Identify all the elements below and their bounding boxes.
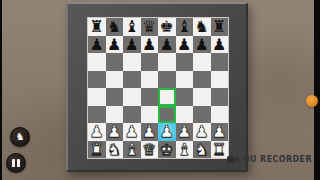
- square-c4[interactable]: [123, 88, 141, 106]
- square-h2[interactable]: ♟: [211, 123, 229, 141]
- piece-white-pawn: ♟: [106, 122, 124, 141]
- square-e2[interactable]: ♟: [158, 123, 176, 141]
- piece-white-pawn: ♟: [123, 122, 141, 141]
- square-a1[interactable]: ♜: [88, 141, 106, 159]
- piece-white-rook: ♜: [88, 140, 106, 159]
- square-f1[interactable]: ♝: [176, 141, 194, 159]
- square-d4[interactable]: [141, 88, 159, 106]
- square-f7[interactable]: ♟: [176, 36, 194, 54]
- square-a3[interactable]: [88, 106, 106, 124]
- right-screen-edge: [314, 0, 320, 180]
- square-d6[interactable]: [141, 53, 159, 71]
- piece-black-knight: ♞: [193, 17, 211, 36]
- square-b1[interactable]: ♞: [106, 141, 124, 159]
- square-h3[interactable]: [211, 106, 229, 124]
- square-h5[interactable]: [211, 71, 229, 89]
- piece-white-pawn: ♟: [193, 122, 211, 141]
- square-g6[interactable]: [193, 53, 211, 71]
- piece-white-pawn: ♟: [141, 122, 159, 141]
- square-a6[interactable]: [88, 53, 106, 71]
- square-f3[interactable]: [176, 106, 194, 124]
- chess-board-frame: ♜♞♝♛♚♝♞♜♟♟♟♟♟♟♟♟♟♟♟♟♟♟♟♟♜♞♝♛♚♝♞♜: [66, 2, 248, 172]
- piece-black-rook: ♜: [211, 17, 229, 36]
- piece-white-bishop: ♝: [176, 140, 194, 159]
- piece-black-knight: ♞: [106, 17, 124, 36]
- square-d3[interactable]: [141, 106, 159, 124]
- hint-button[interactable]: ♞: [10, 127, 30, 147]
- square-c6[interactable]: [123, 53, 141, 71]
- square-c7[interactable]: ♟: [123, 36, 141, 54]
- square-g7[interactable]: ♟: [193, 36, 211, 54]
- piece-black-pawn: ♟: [211, 35, 229, 54]
- piece-black-pawn: ♟: [141, 35, 159, 54]
- piece-white-king: ♚: [158, 140, 176, 159]
- piece-white-pawn: ♟: [211, 122, 229, 141]
- square-f8[interactable]: ♝: [176, 18, 194, 36]
- piece-black-rook: ♜: [88, 17, 106, 36]
- square-e8[interactable]: ♚: [158, 18, 176, 36]
- square-d1[interactable]: ♛: [141, 141, 159, 159]
- square-d5[interactable]: [141, 71, 159, 89]
- square-e1[interactable]: ♚: [158, 141, 176, 159]
- pause-icon: [12, 159, 20, 167]
- square-c1[interactable]: ♝: [123, 141, 141, 159]
- piece-white-pawn: ♟: [158, 122, 176, 141]
- square-c2[interactable]: ♟: [123, 123, 141, 141]
- square-a7[interactable]: ♟: [88, 36, 106, 54]
- square-g2[interactable]: ♟: [193, 123, 211, 141]
- square-b4[interactable]: [106, 88, 124, 106]
- square-h1[interactable]: ♜: [211, 141, 229, 159]
- square-f4[interactable]: [176, 88, 194, 106]
- square-e3[interactable]: [158, 106, 176, 124]
- square-g5[interactable]: [193, 71, 211, 89]
- piece-black-pawn: ♟: [123, 35, 141, 54]
- square-g8[interactable]: ♞: [193, 18, 211, 36]
- piece-white-knight: ♞: [193, 140, 211, 159]
- square-b5[interactable]: [106, 71, 124, 89]
- game-screen: ♜♞♝♛♚♝♞♜♟♟♟♟♟♟♟♟♟♟♟♟♟♟♟♟♜♞♝♛♚♝♞♜ ♞ DU RE…: [0, 0, 320, 180]
- piece-black-bishop: ♝: [176, 17, 194, 36]
- square-e4[interactable]: [158, 88, 176, 106]
- video-camera-icon: [227, 156, 239, 163]
- piece-white-pawn: ♟: [88, 122, 106, 141]
- square-h8[interactable]: ♜: [211, 18, 229, 36]
- piece-black-pawn: ♟: [106, 35, 124, 54]
- square-d2[interactable]: ♟: [141, 123, 159, 141]
- square-b7[interactable]: ♟: [106, 36, 124, 54]
- square-b6[interactable]: [106, 53, 124, 71]
- square-e7[interactable]: ♟: [158, 36, 176, 54]
- left-screen-edge: [0, 0, 2, 180]
- square-f5[interactable]: [176, 71, 194, 89]
- square-a4[interactable]: [88, 88, 106, 106]
- square-b8[interactable]: ♞: [106, 18, 124, 36]
- square-a8[interactable]: ♜: [88, 18, 106, 36]
- square-d8[interactable]: ♛: [141, 18, 159, 36]
- piece-black-queen: ♛: [141, 17, 159, 36]
- watermark-label: DU RECORDER: [243, 155, 312, 164]
- recorder-floating-button[interactable]: [306, 95, 318, 107]
- square-b3[interactable]: [106, 106, 124, 124]
- square-c5[interactable]: [123, 71, 141, 89]
- square-h6[interactable]: [211, 53, 229, 71]
- piece-white-bishop: ♝: [123, 140, 141, 159]
- piece-black-pawn: ♟: [176, 35, 194, 54]
- pause-button[interactable]: [6, 153, 26, 173]
- piece-white-knight: ♞: [106, 140, 124, 159]
- piece-white-queen: ♛: [141, 140, 159, 159]
- chess-board: ♜♞♝♛♚♝♞♜♟♟♟♟♟♟♟♟♟♟♟♟♟♟♟♟♜♞♝♛♚♝♞♜: [87, 17, 229, 159]
- square-d7[interactable]: ♟: [141, 36, 159, 54]
- square-h4[interactable]: [211, 88, 229, 106]
- square-g3[interactable]: [193, 106, 211, 124]
- square-e5[interactable]: [158, 71, 176, 89]
- recorder-watermark: DU RECORDER: [227, 152, 312, 166]
- square-b2[interactable]: ♟: [106, 123, 124, 141]
- square-a2[interactable]: ♟: [88, 123, 106, 141]
- square-c8[interactable]: ♝: [123, 18, 141, 36]
- square-f6[interactable]: [176, 53, 194, 71]
- square-e6[interactable]: [158, 53, 176, 71]
- piece-black-pawn: ♟: [158, 35, 176, 54]
- square-g1[interactable]: ♞: [193, 141, 211, 159]
- piece-black-bishop: ♝: [123, 17, 141, 36]
- piece-black-pawn: ♟: [193, 35, 211, 54]
- square-c3[interactable]: [123, 106, 141, 124]
- square-f2[interactable]: ♟: [176, 123, 194, 141]
- knight-hint-icon: ♞: [16, 132, 25, 142]
- square-h7[interactable]: ♟: [211, 36, 229, 54]
- piece-black-king: ♚: [158, 17, 176, 36]
- piece-white-pawn: ♟: [176, 122, 194, 141]
- piece-black-pawn: ♟: [88, 35, 106, 54]
- square-g4[interactable]: [193, 88, 211, 106]
- piece-white-rook: ♜: [211, 140, 229, 159]
- square-a5[interactable]: [88, 71, 106, 89]
